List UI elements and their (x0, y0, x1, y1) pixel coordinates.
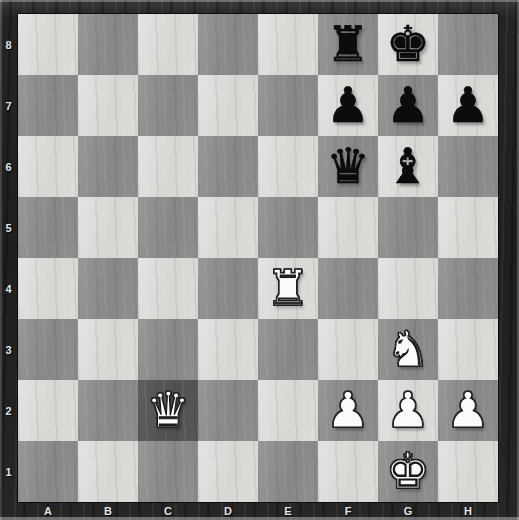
square-h8[interactable] (438, 14, 498, 75)
square-d3[interactable] (198, 319, 258, 380)
square-b7[interactable] (78, 75, 138, 136)
piece-black-king[interactable]: ♚ (386, 14, 430, 75)
file-label-b: B (78, 502, 138, 520)
square-d2[interactable] (198, 380, 258, 441)
square-g8[interactable]: ♚ (378, 14, 438, 75)
square-b4[interactable] (78, 258, 138, 319)
square-g5[interactable] (378, 197, 438, 258)
square-f8[interactable]: ♜ (318, 14, 378, 75)
rank-label-7: 7 (0, 75, 17, 136)
square-d5[interactable] (198, 197, 258, 258)
square-a3[interactable] (18, 319, 78, 380)
piece-black-pawn[interactable]: ♟ (326, 75, 370, 136)
square-e1[interactable] (258, 441, 318, 502)
file-label-f: F (318, 502, 378, 520)
rank-label-1: 1 (0, 441, 17, 502)
square-b2[interactable] (78, 380, 138, 441)
square-f6[interactable]: ♛ (318, 136, 378, 197)
square-h7[interactable]: ♟ (438, 75, 498, 136)
square-f5[interactable] (318, 197, 378, 258)
square-c2[interactable]: ♛ (138, 380, 198, 441)
piece-black-pawn[interactable]: ♟ (386, 75, 430, 136)
square-c3[interactable] (138, 319, 198, 380)
square-g6[interactable]: ♝ (378, 136, 438, 197)
square-g1[interactable]: ♚ (378, 441, 438, 502)
piece-black-rook[interactable]: ♜ (326, 14, 370, 75)
square-f1[interactable] (318, 441, 378, 502)
piece-white-king[interactable]: ♚ (386, 441, 430, 502)
square-a2[interactable] (18, 380, 78, 441)
rank-label-3: 3 (0, 319, 17, 380)
square-f3[interactable] (318, 319, 378, 380)
square-a5[interactable] (18, 197, 78, 258)
piece-black-pawn[interactable]: ♟ (446, 75, 490, 136)
square-f4[interactable] (318, 258, 378, 319)
piece-white-knight[interactable]: ♞ (386, 319, 430, 380)
rank-label-8: 8 (0, 14, 17, 75)
square-e7[interactable] (258, 75, 318, 136)
piece-black-bishop[interactable]: ♝ (386, 136, 430, 197)
square-d1[interactable] (198, 441, 258, 502)
file-label-d: D (198, 502, 258, 520)
rank-label-2: 2 (0, 380, 17, 441)
square-h4[interactable] (438, 258, 498, 319)
file-label-a: A (18, 502, 78, 520)
rank-label-6: 6 (0, 136, 17, 197)
file-labels: ABCDEFGH (18, 502, 498, 520)
square-g3[interactable]: ♞ (378, 319, 438, 380)
piece-white-queen[interactable]: ♛ (146, 380, 190, 441)
square-a8[interactable] (18, 14, 78, 75)
square-e5[interactable] (258, 197, 318, 258)
square-e3[interactable] (258, 319, 318, 380)
file-label-g: G (378, 502, 438, 520)
square-b1[interactable] (78, 441, 138, 502)
square-h3[interactable] (438, 319, 498, 380)
square-b3[interactable] (78, 319, 138, 380)
chess-diagram: 87654321 ABCDEFGH ♜♚♟♟♟♛♝♜♞♛♟♟♟♚ (0, 0, 519, 520)
square-g4[interactable] (378, 258, 438, 319)
square-b8[interactable] (78, 14, 138, 75)
square-g2[interactable]: ♟ (378, 380, 438, 441)
piece-white-pawn[interactable]: ♟ (326, 380, 370, 441)
chess-board: ♜♚♟♟♟♛♝♜♞♛♟♟♟♚ (17, 13, 499, 503)
file-label-e: E (258, 502, 318, 520)
square-c4[interactable] (138, 258, 198, 319)
square-h2[interactable]: ♟ (438, 380, 498, 441)
rank-label-4: 4 (0, 258, 17, 319)
square-c1[interactable] (138, 441, 198, 502)
piece-white-pawn[interactable]: ♟ (446, 380, 490, 441)
square-e8[interactable] (258, 14, 318, 75)
square-e2[interactable] (258, 380, 318, 441)
file-label-c: C (138, 502, 198, 520)
square-g7[interactable]: ♟ (378, 75, 438, 136)
square-d7[interactable] (198, 75, 258, 136)
square-f2[interactable]: ♟ (318, 380, 378, 441)
square-c5[interactable] (138, 197, 198, 258)
piece-black-queen[interactable]: ♛ (326, 136, 370, 197)
square-d6[interactable] (198, 136, 258, 197)
square-b6[interactable] (78, 136, 138, 197)
square-h5[interactable] (438, 197, 498, 258)
piece-white-pawn[interactable]: ♟ (386, 380, 430, 441)
file-label-h: H (438, 502, 498, 520)
rank-labels: 87654321 (0, 14, 17, 502)
square-e4[interactable]: ♜ (258, 258, 318, 319)
piece-white-rook[interactable]: ♜ (266, 258, 310, 319)
rank-label-5: 5 (0, 197, 17, 258)
square-d4[interactable] (198, 258, 258, 319)
square-f7[interactable]: ♟ (318, 75, 378, 136)
square-c7[interactable] (138, 75, 198, 136)
square-e6[interactable] (258, 136, 318, 197)
square-c8[interactable] (138, 14, 198, 75)
square-h6[interactable] (438, 136, 498, 197)
square-d8[interactable] (198, 14, 258, 75)
square-h1[interactable] (438, 441, 498, 502)
square-c6[interactable] (138, 136, 198, 197)
square-a6[interactable] (18, 136, 78, 197)
square-a4[interactable] (18, 258, 78, 319)
square-a7[interactable] (18, 75, 78, 136)
square-b5[interactable] (78, 197, 138, 258)
square-a1[interactable] (18, 441, 78, 502)
